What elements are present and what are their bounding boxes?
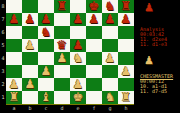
square-c2[interactable] [38, 78, 54, 91]
square-c1[interactable]: ♝ [38, 91, 54, 104]
black-pawn: ♟ [105, 13, 116, 26]
square-d1[interactable] [54, 91, 70, 104]
square-h8[interactable]: ♜ [118, 0, 134, 13]
square-h2[interactable] [118, 78, 134, 91]
chess-app-screen: 87654321 ♜♚♞♜♟♟♟♟♟♟♟♞♟♛♟♟♞♟♟♟♟♟♟♜♝♚♞♜ ab… [0, 0, 180, 113]
square-h3[interactable]: ♟ [118, 65, 134, 78]
square-f7[interactable]: ♟ [86, 13, 102, 26]
black-rook: ♜ [121, 0, 132, 13]
square-f4[interactable] [86, 52, 102, 65]
square-e2[interactable]: ♟ [70, 78, 86, 91]
square-b4[interactable] [22, 52, 38, 65]
square-b7[interactable]: ♟ [22, 13, 38, 26]
file-label-b: b [22, 104, 38, 112]
square-g1[interactable]: ♞ [102, 91, 118, 104]
square-h7[interactable]: ♟ [118, 13, 134, 26]
info-panel: ♟ Analysis 00:03:42 11. d2xe4 11. d1-e3 … [140, 0, 180, 113]
black-queen: ♛ [57, 39, 68, 52]
square-f1[interactable] [86, 91, 102, 104]
white-pawn: ♟ [25, 78, 36, 91]
white-rook: ♜ [121, 91, 132, 104]
file-label-e: e [70, 104, 86, 112]
square-e6[interactable] [70, 26, 86, 39]
black-pawn: ♟ [89, 13, 100, 26]
square-g6[interactable] [102, 26, 118, 39]
square-e4[interactable]: ♞ [70, 52, 86, 65]
black-pawn: ♟ [41, 13, 52, 26]
white-pawn: ♟ [57, 52, 68, 65]
square-e5[interactable]: ♟ [70, 39, 86, 52]
square-e3[interactable] [70, 65, 86, 78]
black-rook: ♜ [57, 0, 68, 13]
square-a7[interactable]: ♟ [6, 13, 22, 26]
black-player-block: Analysis 00:03:42 11. d2xe4 11. d1-e3 [140, 27, 180, 47]
square-g8[interactable]: ♞ [102, 0, 118, 13]
white-knight: ♞ [73, 52, 84, 65]
square-d8[interactable]: ♜ [54, 0, 70, 13]
black-pawn: ♟ [121, 13, 132, 26]
square-h6[interactable] [118, 26, 134, 39]
square-a6[interactable] [6, 26, 22, 39]
square-e7[interactable]: ♟ [70, 13, 86, 26]
white-pawn: ♟ [121, 65, 132, 78]
square-c6[interactable]: ♞ [38, 26, 54, 39]
file-label-f: f [86, 104, 102, 112]
square-f5[interactable] [86, 39, 102, 52]
square-c8[interactable] [38, 0, 54, 13]
file-label-a: a [6, 104, 22, 112]
square-h5[interactable] [118, 39, 134, 52]
square-a3[interactable] [6, 65, 22, 78]
square-a1[interactable]: ♜ [6, 91, 22, 104]
square-b8[interactable] [22, 0, 38, 13]
black-pawn: ♟ [73, 13, 84, 26]
square-f2[interactable] [86, 78, 102, 91]
file-label-g: g [102, 104, 118, 112]
white-pawn: ♟ [9, 78, 20, 91]
square-g5[interactable] [102, 39, 118, 52]
square-h4[interactable] [118, 52, 134, 65]
white-king: ♚ [73, 91, 84, 104]
square-a5[interactable] [6, 39, 22, 52]
square-h1[interactable]: ♜ [118, 91, 134, 104]
square-g2[interactable] [102, 78, 118, 91]
square-c4[interactable] [38, 52, 54, 65]
file-labels: abcdefgh [6, 104, 134, 112]
square-f8[interactable]: ♚ [86, 0, 102, 13]
white-pawn: ♟ [25, 39, 36, 52]
white-bishop: ♝ [41, 91, 52, 104]
black-knight: ♞ [41, 26, 52, 39]
square-e8[interactable] [70, 0, 86, 13]
white-pawn: ♟ [73, 78, 84, 91]
square-b2[interactable]: ♟ [22, 78, 38, 91]
black-pawn: ♟ [73, 39, 84, 52]
white-knight: ♞ [105, 91, 116, 104]
square-a4[interactable] [6, 52, 22, 65]
square-a8[interactable] [6, 0, 22, 13]
square-d6[interactable] [54, 26, 70, 39]
black-pawn-icon: ♟ [144, 1, 180, 14]
square-f3[interactable] [86, 65, 102, 78]
white-pawn: ♟ [105, 52, 116, 65]
square-b5[interactable]: ♟ [22, 39, 38, 52]
square-c3[interactable]: ♟ [38, 65, 54, 78]
square-d2[interactable] [54, 78, 70, 91]
file-label-c: c [38, 104, 54, 112]
white-pawn: ♟ [41, 65, 52, 78]
white-move-2: 11. d7-d5 [140, 89, 180, 94]
white-pawn-icon: ♟ [144, 54, 180, 67]
black-knight: ♞ [105, 0, 116, 13]
square-f6[interactable] [86, 26, 102, 39]
square-b1[interactable] [22, 91, 38, 104]
black-king: ♚ [89, 0, 100, 13]
square-b3[interactable] [22, 65, 38, 78]
file-label-h: h [118, 104, 134, 112]
square-g3[interactable] [102, 65, 118, 78]
square-d7[interactable] [54, 13, 70, 26]
square-e1[interactable]: ♚ [70, 91, 86, 104]
square-g7[interactable]: ♟ [102, 13, 118, 26]
black-move-2: 11. d1-e3 [140, 42, 180, 47]
white-rook: ♜ [9, 91, 20, 104]
black-pawn: ♟ [25, 13, 36, 26]
square-c5[interactable] [38, 39, 54, 52]
square-g4[interactable]: ♟ [102, 52, 118, 65]
square-b6[interactable] [22, 26, 38, 39]
file-label-d: d [54, 104, 70, 112]
black-pawn: ♟ [9, 13, 20, 26]
square-d5[interactable]: ♛ [54, 39, 70, 52]
white-player-block: CHESSMASTER 00:00:12 10. a1-d1 11. d7-d5 [140, 74, 180, 94]
square-d3[interactable] [54, 65, 70, 78]
square-a2[interactable]: ♟ [6, 78, 22, 91]
square-d4[interactable]: ♟ [54, 52, 70, 65]
chess-board: ♜♚♞♜♟♟♟♟♟♟♟♞♟♛♟♟♞♟♟♟♟♟♟♜♝♚♞♜ [6, 0, 134, 104]
square-c7[interactable]: ♟ [38, 13, 54, 26]
